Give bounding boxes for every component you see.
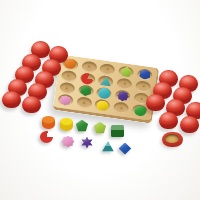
board-piece-lime-pentagon[interactable]	[120, 66, 133, 78]
loose-piece-pink-flower[interactable]	[62, 136, 75, 148]
board-piece-cyan-circle[interactable]	[98, 87, 111, 99]
purple-star-shape	[81, 137, 94, 149]
lime-pentagon-shape	[94, 122, 107, 134]
blue-diamond-shape	[119, 143, 132, 155]
red-crescent-shape	[40, 131, 53, 143]
cylinder-top	[60, 118, 73, 126]
red-cap[interactable]	[159, 112, 178, 129]
green-cube-shape	[111, 125, 124, 137]
green-pentagon-shape	[76, 120, 89, 132]
board-hole-r4c2[interactable]	[74, 96, 94, 111]
board-piece-pink-flower[interactable]	[59, 94, 72, 106]
teal-triangle-wedge-shape	[102, 141, 115, 153]
pink-flower-shape	[62, 136, 75, 148]
board-piece-teal-triangle[interactable]	[99, 75, 112, 87]
board-piece-green-circle[interactable]	[133, 105, 146, 117]
board-piece-red-crescent[interactable]	[81, 73, 94, 85]
board-hole-r4c4[interactable]	[111, 101, 131, 116]
board-hole-r4c3[interactable]	[92, 98, 112, 113]
board-piece-blue-hexagon[interactable]	[138, 68, 151, 80]
board-hole-r4c1[interactable]	[55, 93, 75, 108]
board-piece-yellow-circle[interactable]	[96, 100, 109, 112]
board-piece-purple-flower[interactable]	[116, 90, 129, 102]
cylinder-top	[42, 116, 55, 124]
red-cap[interactable]	[22, 96, 41, 113]
loose-piece-yellow-cylinder[interactable]	[60, 118, 73, 131]
loose-piece-orange-cylinder[interactable]	[42, 116, 55, 129]
loose-piece-purple-star[interactable]	[81, 137, 94, 149]
loose-piece-green-cube[interactable]	[111, 125, 124, 137]
red-cap[interactable]	[2, 91, 21, 108]
red-cap[interactable]	[146, 94, 165, 111]
product-photo-scene	[0, 0, 200, 200]
red-cap[interactable]	[180, 116, 199, 133]
loose-piece-blue-diamond[interactable]	[119, 143, 132, 155]
loose-piece-green-pentagon[interactable]	[76, 120, 89, 132]
red-cap-flipped-hollow[interactable]	[162, 132, 183, 147]
loose-piece-lime-pentagon[interactable]	[94, 122, 107, 134]
board-piece-green-hexagon[interactable]	[79, 85, 92, 97]
loose-piece-teal-triangle-wedge[interactable]	[102, 141, 115, 153]
loose-piece-red-crescent[interactable]	[40, 131, 53, 143]
game-board	[53, 54, 160, 123]
